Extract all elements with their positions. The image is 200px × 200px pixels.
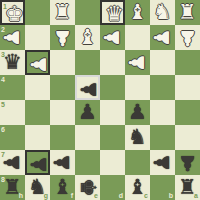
white-pawn[interactable]: ♟ (125, 50, 150, 75)
square-e1[interactable] (75, 0, 100, 25)
file-label-b: b (169, 192, 173, 199)
square-d8[interactable]: d (100, 175, 125, 200)
square-d7[interactable] (100, 150, 125, 175)
square-b8[interactable]: b (150, 175, 175, 200)
black-knight[interactable]: ♞ (25, 175, 50, 200)
square-c4[interactable] (125, 75, 150, 100)
black-knight[interactable]: ♞ (125, 125, 150, 150)
black-pawn[interactable]: ♟ (175, 150, 200, 175)
square-b6[interactable] (150, 125, 175, 150)
square-a3[interactable] (175, 50, 200, 75)
square-c6[interactable]: ♞ (125, 125, 150, 150)
black-pawn[interactable]: ♟ (75, 100, 100, 125)
black-rook[interactable]: ♜ (0, 175, 25, 200)
square-g5[interactable] (25, 100, 50, 125)
chess-board: 1♚♜♛♝♞♜2♟♟♝♟♟♟3♛♟♟4♟5♟♟6♞7♟♟♟♟♟8h♜g♞f♝e♚… (0, 0, 200, 200)
square-f1[interactable]: ♜ (50, 0, 75, 25)
black-pawn[interactable]: ♟ (77, 77, 102, 102)
black-rook[interactable]: ♜ (175, 175, 200, 200)
square-f3[interactable] (50, 50, 75, 75)
square-e2[interactable]: ♝ (75, 25, 100, 50)
black-pawn[interactable]: ♟ (50, 150, 75, 175)
square-b5[interactable] (150, 100, 175, 125)
square-c2[interactable] (125, 25, 150, 50)
square-a5[interactable] (175, 100, 200, 125)
square-g1[interactable] (25, 0, 50, 25)
square-g6[interactable] (25, 125, 50, 150)
square-a6[interactable] (175, 125, 200, 150)
square-b7[interactable]: ♟ (150, 150, 175, 175)
square-c3[interactable]: ♟ (125, 50, 150, 75)
square-c7[interactable] (125, 150, 150, 175)
white-pawn[interactable]: ♟ (0, 25, 25, 50)
square-b1[interactable]: ♞ (150, 0, 175, 25)
square-h6[interactable]: 6 (0, 125, 25, 150)
white-pawn[interactable]: ♟ (150, 25, 175, 50)
square-h2[interactable]: 2♟ (0, 25, 25, 50)
square-d4[interactable] (100, 75, 125, 100)
white-bishop[interactable]: ♝ (75, 25, 100, 50)
square-e7[interactable] (75, 150, 100, 175)
square-b2[interactable]: ♟ (150, 25, 175, 50)
black-bishop[interactable]: ♝ (50, 175, 75, 200)
square-d3[interactable] (100, 50, 125, 75)
square-g2[interactable] (25, 25, 50, 50)
square-e3[interactable] (75, 50, 100, 75)
square-c5[interactable]: ♟ (125, 100, 150, 125)
white-pawn[interactable]: ♟ (50, 25, 75, 50)
square-h5[interactable]: 5 (0, 100, 25, 125)
white-rook[interactable]: ♜ (50, 0, 75, 25)
square-d2[interactable]: ♟ (100, 25, 125, 50)
black-pawn[interactable]: ♟ (125, 100, 150, 125)
rank-label-6: 6 (1, 126, 5, 133)
square-a8[interactable]: a♜ (175, 175, 200, 200)
square-f8[interactable]: f♝ (50, 175, 75, 200)
white-queen[interactable]: ♛ (102, 2, 127, 27)
square-f6[interactable] (50, 125, 75, 150)
white-knight[interactable]: ♞ (150, 0, 175, 25)
white-rook[interactable]: ♜ (175, 0, 200, 25)
square-h8[interactable]: 8h♜ (0, 175, 25, 200)
white-pawn[interactable]: ♟ (175, 25, 200, 50)
square-e8[interactable]: e♚ (75, 175, 100, 200)
square-a1[interactable]: ♜ (175, 0, 200, 25)
square-f5[interactable] (50, 100, 75, 125)
square-d1[interactable]: ♛ (100, 0, 125, 25)
square-h7[interactable]: 7♟ (0, 150, 25, 175)
white-bishop[interactable]: ♝ (125, 0, 150, 25)
black-queen[interactable]: ♛ (0, 50, 25, 75)
square-c1[interactable]: ♝ (125, 0, 150, 25)
square-f2[interactable]: ♟ (50, 25, 75, 50)
square-f4[interactable] (50, 75, 75, 100)
black-pawn[interactable]: ♟ (0, 150, 25, 175)
square-b4[interactable] (150, 75, 175, 100)
black-king[interactable]: ♚ (75, 175, 100, 200)
square-b3[interactable] (150, 50, 175, 75)
square-g4[interactable] (25, 75, 50, 100)
square-g8[interactable]: g♞ (25, 175, 50, 200)
black-pawn[interactable]: ♟ (27, 152, 52, 177)
square-h3[interactable]: 3♛ (0, 50, 25, 75)
square-h4[interactable]: 4 (0, 75, 25, 100)
square-e5[interactable]: ♟ (75, 100, 100, 125)
square-e4[interactable]: ♟ (75, 75, 100, 100)
rank-label-4: 4 (1, 76, 5, 83)
square-a2[interactable]: ♟ (175, 25, 200, 50)
black-bishop[interactable]: ♝ (125, 175, 150, 200)
square-e6[interactable] (75, 125, 100, 150)
square-a7[interactable]: ♟ (175, 150, 200, 175)
square-a4[interactable] (175, 75, 200, 100)
white-pawn[interactable]: ♟ (100, 25, 125, 50)
white-pawn[interactable]: ♟ (27, 52, 52, 77)
square-h1[interactable]: 1♚ (0, 0, 25, 25)
black-pawn[interactable]: ♟ (150, 150, 175, 175)
square-c8[interactable]: c♝ (125, 175, 150, 200)
square-d6[interactable] (100, 125, 125, 150)
square-g7[interactable]: ♟ (25, 150, 50, 175)
file-label-d: d (119, 192, 123, 199)
white-king[interactable]: ♚ (2, 2, 27, 27)
square-f7[interactable]: ♟ (50, 150, 75, 175)
square-g3[interactable]: ♟ (25, 50, 50, 75)
rank-label-5: 5 (1, 101, 5, 108)
square-d5[interactable] (100, 100, 125, 125)
